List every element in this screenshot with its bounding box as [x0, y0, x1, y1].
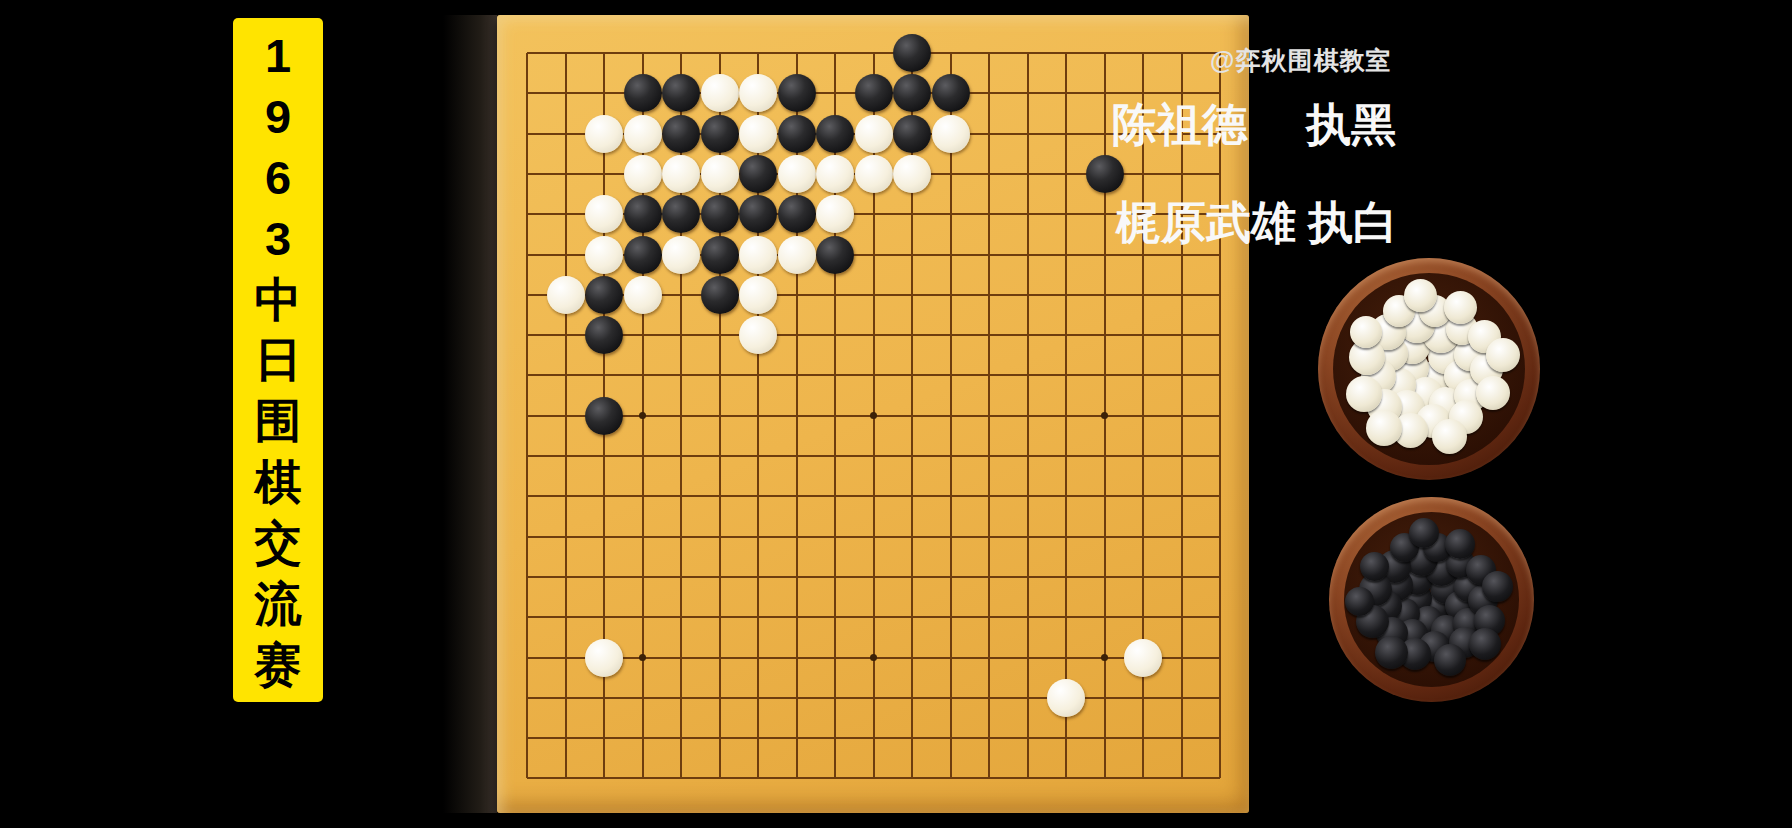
bowl-stone-black — [1345, 587, 1374, 616]
bowl-stone-black — [1409, 518, 1439, 548]
banner-char: 赛 — [255, 641, 302, 688]
white-stone — [585, 639, 623, 677]
banner-char: 交 — [255, 519, 302, 566]
white-stone — [816, 195, 854, 233]
black-stone — [624, 74, 662, 112]
black-stone — [855, 74, 893, 112]
white-stone — [778, 155, 816, 193]
black-stone — [932, 74, 970, 112]
white-stone — [739, 316, 777, 354]
white-stone — [1124, 639, 1162, 677]
banner-char: 3 — [265, 215, 291, 262]
grid-line-vertical — [1027, 53, 1029, 778]
black-stone — [701, 236, 739, 274]
white-stone — [547, 276, 585, 314]
black-stone — [778, 74, 816, 112]
banner-char: 日 — [255, 336, 302, 383]
white-stone — [585, 115, 623, 153]
bowl-stone-white — [1476, 376, 1510, 410]
black-stone — [662, 74, 700, 112]
bowl-stone-white — [1486, 338, 1520, 372]
banner-char: 中 — [255, 276, 302, 323]
bowl-stone-white — [1366, 410, 1402, 446]
black-stone — [739, 155, 777, 193]
white-stone — [624, 155, 662, 193]
white-stone — [701, 74, 739, 112]
black-stone-bowl — [1329, 497, 1534, 702]
white-stone — [624, 276, 662, 314]
black-stone — [701, 276, 739, 314]
bowl-stone-black — [1445, 529, 1475, 559]
star-point — [870, 412, 877, 419]
banner-char: 9 — [265, 93, 291, 140]
player-white-role: 执白 — [1308, 200, 1398, 245]
grid-line-vertical — [1065, 53, 1067, 778]
black-stone — [1086, 155, 1124, 193]
bowl-stone-white — [1432, 419, 1467, 454]
grid-line-horizontal — [527, 697, 1220, 699]
black-stone — [893, 34, 931, 72]
bowl-stone-white — [1444, 291, 1477, 324]
black-stone — [701, 195, 739, 233]
star-point — [1101, 412, 1108, 419]
event-banner: 1963中日围棋交流赛 — [233, 18, 323, 702]
black-stone — [816, 115, 854, 153]
black-stone — [585, 316, 623, 354]
grid-line-vertical — [988, 53, 990, 778]
white-stone — [739, 115, 777, 153]
player-white-name: 梶原武雄 — [1116, 200, 1296, 245]
bowl-stone-white — [1404, 279, 1437, 312]
black-stone — [701, 115, 739, 153]
banner-char: 棋 — [255, 458, 302, 505]
black-stone — [624, 195, 662, 233]
white-stone — [855, 155, 893, 193]
white-stone — [816, 155, 854, 193]
bowl-stone-black — [1469, 628, 1501, 660]
black-stone — [585, 397, 623, 435]
banner-char: 流 — [255, 580, 302, 627]
black-stone — [662, 195, 700, 233]
bowl-stone-white — [1346, 376, 1382, 412]
white-stone-bowl — [1318, 258, 1540, 480]
white-stone — [585, 236, 623, 274]
black-stone — [624, 236, 662, 274]
grid-line-horizontal — [527, 495, 1220, 497]
player-black-line: 陈祖德 执黑 — [1112, 102, 1396, 147]
white-stone — [739, 74, 777, 112]
black-stone — [585, 276, 623, 314]
grid-line-vertical — [1181, 53, 1183, 778]
grid-line-horizontal — [527, 576, 1220, 578]
black-stone — [816, 236, 854, 274]
star-point — [639, 654, 646, 661]
grid-line-horizontal — [527, 616, 1220, 618]
watermark: @弈秋围棋教室 — [1210, 44, 1391, 77]
grid-line-horizontal — [527, 737, 1220, 739]
grid-line-vertical — [950, 53, 952, 778]
star-point — [870, 654, 877, 661]
white-stone — [739, 276, 777, 314]
grid-line-horizontal — [527, 777, 1220, 779]
black-stone — [778, 115, 816, 153]
black-stone — [778, 195, 816, 233]
white-stone — [932, 115, 970, 153]
white-stone — [701, 155, 739, 193]
banner-char: 6 — [265, 154, 291, 201]
grid-line-vertical — [1219, 53, 1221, 778]
white-stone — [662, 155, 700, 193]
banner-char: 1 — [265, 32, 291, 79]
white-stone — [893, 155, 931, 193]
black-stone — [893, 115, 931, 153]
player-black-role: 执黑 — [1306, 102, 1396, 147]
bowl-stone-black — [1375, 636, 1408, 669]
white-stone — [778, 236, 816, 274]
bowl-stone-black — [1434, 644, 1466, 676]
white-stone — [1047, 679, 1085, 717]
black-stone — [893, 74, 931, 112]
white-stone — [585, 195, 623, 233]
black-stone — [662, 115, 700, 153]
black-stone — [739, 195, 777, 233]
white-stone — [662, 236, 700, 274]
white-stone — [739, 236, 777, 274]
star-point — [1101, 654, 1108, 661]
banner-char: 围 — [255, 397, 302, 444]
white-stone — [624, 115, 662, 153]
grid-line-horizontal — [527, 455, 1220, 457]
player-white-line: 梶原武雄 执白 — [1116, 200, 1398, 245]
white-stone — [855, 115, 893, 153]
player-black-name: 陈祖德 — [1112, 102, 1247, 147]
bowl-stone-white — [1350, 316, 1382, 348]
table-shadow — [443, 15, 497, 813]
grid-line-horizontal — [527, 536, 1220, 538]
video-frame: { "game": "Go (weiqi), 19x19", "banner":… — [0, 0, 1792, 828]
star-point — [639, 412, 646, 419]
